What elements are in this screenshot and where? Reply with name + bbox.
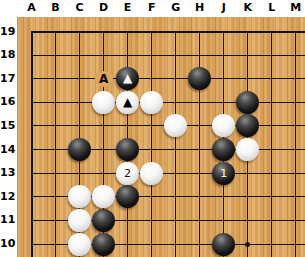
column-label-H: H [188, 1, 212, 15]
row-label-13: 13 [0, 166, 15, 180]
coordinate-labels: ABCDEFGHJKLM19181716151413121110 [0, 0, 305, 257]
column-label-M: M [284, 1, 305, 15]
row-label-10: 10 [0, 237, 15, 251]
column-label-L: L [260, 1, 284, 15]
row-label-19: 19 [0, 25, 15, 39]
row-label-14: 14 [0, 143, 15, 157]
column-label-K: K [236, 1, 260, 15]
row-label-12: 12 [0, 190, 15, 204]
column-label-F: F [140, 1, 164, 15]
column-label-G: G [164, 1, 188, 15]
row-label-11: 11 [0, 213, 15, 227]
column-label-E: E [116, 1, 140, 15]
row-label-15: 15 [0, 119, 15, 133]
row-label-17: 17 [0, 72, 15, 86]
row-label-16: 16 [0, 95, 15, 109]
go-diagram: ▲1▲2A ABCDEFGHJKLM19181716151413121110 [0, 0, 305, 257]
column-label-A: A [20, 1, 44, 15]
column-label-D: D [92, 1, 116, 15]
column-label-J: J [212, 1, 236, 15]
column-label-C: C [68, 1, 92, 15]
column-label-B: B [44, 1, 68, 15]
row-label-18: 18 [0, 48, 15, 62]
